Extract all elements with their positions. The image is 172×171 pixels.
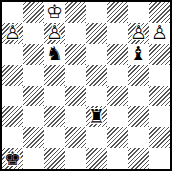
square-g5[interactable]	[128, 65, 149, 86]
piece-white-king[interactable]: ♚♔	[44, 2, 65, 23]
square-f7[interactable]	[107, 23, 128, 44]
white-pawn-icon: ♙	[149, 23, 170, 42]
square-d5[interactable]	[65, 65, 86, 86]
white-pawn-icon: ♙	[44, 23, 65, 42]
square-d1[interactable]	[65, 148, 86, 169]
black-rook-icon: ♜	[86, 107, 107, 126]
white-king-icon: ♔	[44, 3, 65, 22]
white-pawn-icon: ♙	[128, 23, 149, 42]
square-c7[interactable]: ♟♙	[44, 23, 65, 44]
square-h7[interactable]: ♟♙	[149, 23, 170, 44]
square-h4[interactable]	[149, 86, 170, 107]
square-c4[interactable]	[44, 86, 65, 107]
square-e2[interactable]	[86, 127, 107, 148]
square-e3[interactable]: ♜	[86, 106, 107, 127]
piece-black-rook[interactable]: ♜	[86, 106, 107, 127]
square-f3[interactable]	[107, 106, 128, 127]
square-a4[interactable]	[2, 86, 23, 107]
square-e7[interactable]	[86, 23, 107, 44]
square-c3[interactable]	[44, 106, 65, 127]
square-d7[interactable]	[65, 23, 86, 44]
square-f1[interactable]	[107, 148, 128, 169]
square-h3[interactable]	[149, 106, 170, 127]
square-h6[interactable]	[149, 44, 170, 65]
square-h8[interactable]	[149, 2, 170, 23]
chess-diagram: ♚♔♟♙♟♙♟♙♟♙♞♝♜♚	[0, 0, 172, 171]
square-e8[interactable]	[86, 2, 107, 23]
piece-white-pawn[interactable]: ♟♙	[44, 23, 65, 44]
square-g7[interactable]: ♟♙	[128, 23, 149, 44]
square-a3[interactable]	[2, 106, 23, 127]
square-g8[interactable]	[128, 2, 149, 23]
square-e4[interactable]	[86, 86, 107, 107]
square-h5[interactable]	[149, 65, 170, 86]
square-b6[interactable]	[23, 44, 44, 65]
square-f2[interactable]	[107, 127, 128, 148]
square-g6[interactable]: ♝	[128, 44, 149, 65]
square-c1[interactable]	[44, 148, 65, 169]
square-c6[interactable]: ♞	[44, 44, 65, 65]
square-d4[interactable]	[65, 86, 86, 107]
white-pawn-icon: ♙	[2, 23, 23, 42]
piece-white-pawn[interactable]: ♟♙	[2, 23, 23, 44]
black-king-icon: ♚	[2, 149, 23, 168]
square-d8[interactable]	[65, 2, 86, 23]
square-g2[interactable]	[128, 127, 149, 148]
square-b2[interactable]	[23, 127, 44, 148]
square-a8[interactable]	[2, 2, 23, 23]
square-b7[interactable]	[23, 23, 44, 44]
square-g3[interactable]	[128, 106, 149, 127]
square-b8[interactable]	[23, 2, 44, 23]
square-b1[interactable]	[23, 148, 44, 169]
square-f8[interactable]	[107, 2, 128, 23]
square-h1[interactable]	[149, 148, 170, 169]
square-a7[interactable]: ♟♙	[2, 23, 23, 44]
square-a2[interactable]	[2, 127, 23, 148]
square-g4[interactable]	[128, 86, 149, 107]
square-b3[interactable]	[23, 106, 44, 127]
square-c2[interactable]	[44, 127, 65, 148]
piece-black-bishop[interactable]: ♝	[128, 44, 149, 65]
piece-black-knight[interactable]: ♞	[44, 44, 65, 65]
square-d3[interactable]	[65, 106, 86, 127]
square-a5[interactable]	[2, 65, 23, 86]
square-e1[interactable]	[86, 148, 107, 169]
chess-board: ♚♔♟♙♟♙♟♙♟♙♞♝♜♚	[0, 0, 172, 171]
square-d2[interactable]	[65, 127, 86, 148]
square-f4[interactable]	[107, 86, 128, 107]
square-c5[interactable]	[44, 65, 65, 86]
piece-white-pawn[interactable]: ♟♙	[149, 23, 170, 44]
black-bishop-icon: ♝	[128, 44, 149, 63]
square-f5[interactable]	[107, 65, 128, 86]
square-a1[interactable]: ♚	[2, 148, 23, 169]
square-a6[interactable]	[2, 44, 23, 65]
piece-black-king[interactable]: ♚	[2, 148, 23, 169]
square-h2[interactable]	[149, 127, 170, 148]
square-c8[interactable]: ♚♔	[44, 2, 65, 23]
square-e5[interactable]	[86, 65, 107, 86]
black-knight-icon: ♞	[44, 44, 65, 63]
square-f6[interactable]	[107, 44, 128, 65]
piece-white-pawn[interactable]: ♟♙	[128, 23, 149, 44]
square-b4[interactable]	[23, 86, 44, 107]
square-g1[interactable]	[128, 148, 149, 169]
square-b5[interactable]	[23, 65, 44, 86]
square-e6[interactable]	[86, 44, 107, 65]
square-d6[interactable]	[65, 44, 86, 65]
